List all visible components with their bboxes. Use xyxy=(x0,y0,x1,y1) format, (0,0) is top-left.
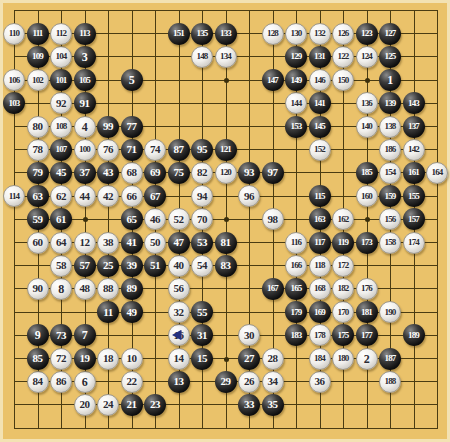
white-stone-12: 12 xyxy=(74,232,96,254)
black-stone-189: 189 xyxy=(403,324,425,346)
black-stone-159: 159 xyxy=(379,185,401,207)
white-stone-176: 176 xyxy=(356,278,378,300)
white-stone-180: 180 xyxy=(332,348,354,370)
white-stone-164: 164 xyxy=(426,162,448,184)
white-stone-4: 4 xyxy=(74,116,96,138)
black-stone-89: 89 xyxy=(121,278,143,300)
black-stone-41: 41 xyxy=(121,232,143,254)
move-marker-arrow-icon xyxy=(172,330,181,340)
white-stone-116: 116 xyxy=(285,232,307,254)
black-stone-63: 63 xyxy=(27,185,49,207)
black-stone-155: 155 xyxy=(403,185,425,207)
black-stone-187: 187 xyxy=(379,348,401,370)
white-stone-64: 64 xyxy=(50,232,72,254)
white-stone-110: 110 xyxy=(3,23,25,45)
black-stone-163: 163 xyxy=(309,208,331,230)
white-stone-114: 114 xyxy=(3,185,25,207)
black-stone-43: 43 xyxy=(97,162,119,184)
black-stone-93: 93 xyxy=(238,162,260,184)
white-stone-10: 10 xyxy=(121,348,143,370)
white-stone-38: 38 xyxy=(97,232,119,254)
white-stone-152: 152 xyxy=(309,139,331,161)
white-stone-130: 130 xyxy=(285,23,307,45)
white-stone-100: 100 xyxy=(74,139,96,161)
black-stone-141: 141 xyxy=(309,92,331,114)
white-stone-78: 78 xyxy=(27,139,49,161)
white-stone-28: 28 xyxy=(262,348,284,370)
white-stone-8: 8 xyxy=(50,278,72,300)
black-stone-173: 173 xyxy=(356,232,378,254)
white-stone-182: 182 xyxy=(332,278,354,300)
black-stone-137: 137 xyxy=(403,116,425,138)
black-stone-49: 49 xyxy=(121,301,143,323)
black-stone-87: 87 xyxy=(168,139,190,161)
white-stone-138: 138 xyxy=(379,116,401,138)
black-stone-133: 133 xyxy=(215,23,237,45)
white-stone-58: 58 xyxy=(50,255,72,277)
star-point xyxy=(365,217,370,222)
black-stone-101: 101 xyxy=(50,69,72,91)
white-stone-76: 76 xyxy=(97,139,119,161)
black-stone-83: 83 xyxy=(215,255,237,277)
black-stone-15: 15 xyxy=(191,348,213,370)
black-stone-167: 167 xyxy=(262,278,284,300)
white-stone-154: 154 xyxy=(379,162,401,184)
white-stone-74: 74 xyxy=(144,139,166,161)
black-stone-7: 7 xyxy=(74,324,96,346)
white-stone-146: 146 xyxy=(309,69,331,91)
white-stone-190: 190 xyxy=(379,301,401,323)
black-stone-91: 91 xyxy=(74,92,96,114)
black-stone-177: 177 xyxy=(356,324,378,346)
black-stone-107: 107 xyxy=(50,139,72,161)
white-stone-120: 120 xyxy=(215,162,237,184)
white-stone-98: 98 xyxy=(262,208,284,230)
black-stone-99: 99 xyxy=(97,116,119,138)
white-stone-172: 172 xyxy=(332,255,354,277)
black-stone-119: 119 xyxy=(332,232,354,254)
white-stone-168: 168 xyxy=(309,278,331,300)
black-stone-59: 59 xyxy=(27,208,49,230)
white-stone-132: 132 xyxy=(309,23,331,45)
black-stone-79: 79 xyxy=(27,162,49,184)
black-stone-69: 69 xyxy=(144,162,166,184)
black-stone-179: 179 xyxy=(285,301,307,323)
white-stone-54: 54 xyxy=(191,255,213,277)
black-stone-105: 105 xyxy=(74,69,96,91)
black-stone-143: 143 xyxy=(403,92,425,114)
star-point xyxy=(224,217,229,222)
black-stone-75: 75 xyxy=(168,162,190,184)
white-stone-136: 136 xyxy=(356,92,378,114)
black-stone-145: 145 xyxy=(309,116,331,138)
white-stone-148: 148 xyxy=(191,46,213,68)
black-stone-33: 33 xyxy=(238,394,260,416)
black-stone-23: 23 xyxy=(144,394,166,416)
black-stone-125: 125 xyxy=(379,46,401,68)
black-stone-109: 109 xyxy=(27,46,49,68)
white-stone-52: 52 xyxy=(168,208,190,230)
white-stone-102: 102 xyxy=(27,69,49,91)
black-stone-25: 25 xyxy=(97,255,119,277)
white-stone-56: 56 xyxy=(168,278,190,300)
white-stone-42: 42 xyxy=(97,185,119,207)
white-stone-150: 150 xyxy=(332,69,354,91)
black-stone-185: 185 xyxy=(356,162,378,184)
goban: 1234567891011121314151618192021222324252… xyxy=(3,3,447,439)
black-stone-147: 147 xyxy=(262,69,284,91)
black-stone-169: 169 xyxy=(309,301,331,323)
black-stone-157: 157 xyxy=(403,208,425,230)
black-stone-71: 71 xyxy=(121,139,143,161)
white-stone-188: 188 xyxy=(379,371,401,393)
white-stone-48: 48 xyxy=(74,278,96,300)
white-stone-44: 44 xyxy=(74,185,96,207)
black-stone-9: 9 xyxy=(27,324,49,346)
white-stone-22: 22 xyxy=(121,371,143,393)
star-point xyxy=(224,78,229,83)
white-stone-68: 68 xyxy=(121,162,143,184)
black-stone-85: 85 xyxy=(27,348,49,370)
white-stone-112: 112 xyxy=(50,23,72,45)
white-stone-118: 118 xyxy=(309,255,331,277)
black-stone-67: 67 xyxy=(144,185,166,207)
black-stone-65: 65 xyxy=(121,208,143,230)
white-stone-20: 20 xyxy=(74,394,96,416)
black-stone-95: 95 xyxy=(191,139,213,161)
black-stone-47: 47 xyxy=(168,232,190,254)
black-stone-57: 57 xyxy=(74,255,96,277)
white-stone-86: 86 xyxy=(50,371,72,393)
black-stone-39: 39 xyxy=(121,255,143,277)
go-board-diagram: 1234567891011121314151618192021222324252… xyxy=(0,0,450,442)
black-stone-121: 121 xyxy=(215,139,237,161)
black-stone-19: 19 xyxy=(74,348,96,370)
white-stone-94: 94 xyxy=(191,185,213,207)
white-stone-170: 170 xyxy=(332,301,354,323)
black-stone-123: 123 xyxy=(356,23,378,45)
black-stone-81: 81 xyxy=(215,232,237,254)
black-stone-117: 117 xyxy=(309,232,331,254)
white-stone-124: 124 xyxy=(356,46,378,68)
white-stone-142: 142 xyxy=(403,139,425,161)
black-stone-21: 21 xyxy=(121,394,143,416)
black-stone-37: 37 xyxy=(74,162,96,184)
black-stone-53: 53 xyxy=(191,232,213,254)
white-stone-60: 60 xyxy=(27,232,49,254)
white-stone-18: 18 xyxy=(97,348,119,370)
white-stone-50: 50 xyxy=(144,232,166,254)
black-stone-115: 115 xyxy=(309,185,331,207)
black-stone-149: 149 xyxy=(285,69,307,91)
white-stone-108: 108 xyxy=(50,116,72,138)
white-stone-140: 140 xyxy=(356,116,378,138)
white-stone-104: 104 xyxy=(50,46,72,68)
white-stone-106: 106 xyxy=(3,69,25,91)
black-stone-129: 129 xyxy=(285,46,307,68)
white-stone-186: 186 xyxy=(379,139,401,161)
black-stone-77: 77 xyxy=(121,116,143,138)
white-stone-32: 32 xyxy=(168,301,190,323)
white-stone-6: 6 xyxy=(74,371,96,393)
black-stone-3: 3 xyxy=(74,46,96,68)
black-stone-153: 153 xyxy=(285,116,307,138)
black-stone-51: 51 xyxy=(144,255,166,277)
star-point xyxy=(83,217,88,222)
black-stone-45: 45 xyxy=(50,162,72,184)
white-stone-166: 166 xyxy=(285,255,307,277)
white-stone-184: 184 xyxy=(309,348,331,370)
white-stone-134: 134 xyxy=(215,46,237,68)
white-stone-160: 160 xyxy=(356,185,378,207)
black-stone-151: 151 xyxy=(168,23,190,45)
white-stone-88: 88 xyxy=(97,278,119,300)
black-stone-131: 131 xyxy=(309,46,331,68)
black-stone-29: 29 xyxy=(215,371,237,393)
black-stone-161: 161 xyxy=(403,162,425,184)
white-stone-40: 40 xyxy=(168,255,190,277)
white-stone-178: 178 xyxy=(309,324,331,346)
white-stone-126: 126 xyxy=(332,23,354,45)
white-stone-14: 14 xyxy=(168,348,190,370)
white-stone-84: 84 xyxy=(27,371,49,393)
star-point xyxy=(365,78,370,83)
white-stone-24: 24 xyxy=(97,394,119,416)
black-stone-13: 13 xyxy=(168,371,190,393)
white-stone-34: 34 xyxy=(262,371,284,393)
white-stone-72: 72 xyxy=(50,348,72,370)
white-stone-2: 2 xyxy=(356,348,378,370)
star-point xyxy=(224,357,229,362)
black-stone-135: 135 xyxy=(191,23,213,45)
white-stone-80: 80 xyxy=(27,116,49,138)
black-stone-113: 113 xyxy=(74,23,96,45)
black-stone-5: 5 xyxy=(121,69,143,91)
black-stone-111: 111 xyxy=(27,23,49,45)
black-stone-127: 127 xyxy=(379,23,401,45)
black-stone-165: 165 xyxy=(285,278,307,300)
white-stone-36: 36 xyxy=(309,371,331,393)
white-stone-90: 90 xyxy=(27,278,49,300)
black-stone-11: 11 xyxy=(97,301,119,323)
white-stone-174: 174 xyxy=(403,232,425,254)
black-stone-97: 97 xyxy=(262,162,284,184)
white-stone-62: 62 xyxy=(50,185,72,207)
black-stone-27: 27 xyxy=(238,348,260,370)
white-stone-96: 96 xyxy=(238,185,260,207)
white-stone-26: 26 xyxy=(238,371,260,393)
white-stone-128: 128 xyxy=(262,23,284,45)
white-stone-158: 158 xyxy=(379,232,401,254)
black-stone-55: 55 xyxy=(191,301,213,323)
white-stone-82: 82 xyxy=(191,162,213,184)
black-stone-1: 1 xyxy=(379,69,401,91)
black-stone-181: 181 xyxy=(356,301,378,323)
white-stone-66: 66 xyxy=(121,185,143,207)
white-stone-122: 122 xyxy=(332,46,354,68)
black-stone-35: 35 xyxy=(262,394,284,416)
